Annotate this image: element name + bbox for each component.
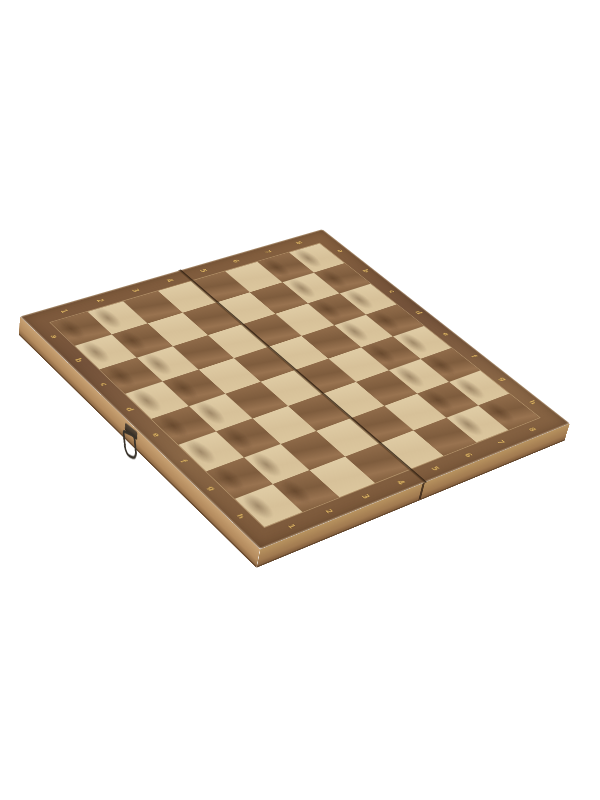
board-grid: ♜♞♝♛♚♝♞♜♟♟♟♟♟♟♟♟♟♟♟♟♟♟♟♟♜♞♝♛♚♝♞♜ [51, 243, 540, 527]
product-photo-page: { "game": "chess", "scene": { "item": "f… [0, 0, 600, 800]
white-rook-h1[interactable]: ♜ [241, 431, 297, 510]
square-f6[interactable] [356, 370, 417, 406]
perspective-scene: ♜♞♝♛♚♝♞♜♟♟♟♟♟♟♟♟♟♟♟♟♟♟♟♟♜♞♝♛♚♝♞♜ aabbccd… [0, 0, 600, 800]
black-pawn-h7[interactable]: ♟ [455, 366, 499, 429]
latch-clasp [123, 422, 137, 463]
chess-board: ♜♞♝♛♚♝♞♜♟♟♟♟♟♟♟♟♟♟♟♟♟♟♟♟♜♞♝♛♚♝♞♜ aabbccd… [20, 229, 570, 549]
photo-tilt-wrapper: ♜♞♝♛♚♝♞♜♟♟♟♟♟♟♟♟♟♟♟♟♟♟♟♟♜♞♝♛♚♝♞♜ aabbccd… [0, 0, 600, 800]
